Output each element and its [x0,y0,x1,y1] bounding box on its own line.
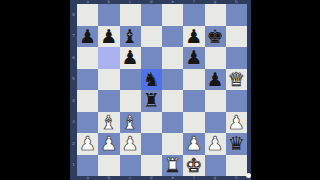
coordinate-label: h [226,176,247,180]
coordinate-label: 4 [70,90,77,112]
coordinate-label: d [141,176,162,180]
chess-board-frame: abcdefgh 87654321 ♟♟♝♟♚♟♟♞♟♛♜♝♝♟♟♟♟♟♟♛♜♚… [70,0,251,180]
square-d7[interactable] [141,26,162,48]
square-h3[interactable]: ♟ [226,112,247,134]
square-b1[interactable] [98,155,119,177]
coordinate-label: c [120,176,141,180]
square-c3[interactable]: ♝ [120,112,141,134]
coordinate-label: g [205,176,226,180]
black-pawn-piece[interactable]: ♟ [100,26,117,47]
black-pawn-piece[interactable]: ♟ [79,26,96,47]
square-b2[interactable]: ♟ [98,133,119,155]
square-b3[interactable]: ♝ [98,112,119,134]
square-b6[interactable] [98,47,119,69]
black-knight-piece[interactable]: ♞ [143,69,160,90]
square-f5[interactable] [183,69,204,91]
square-d2[interactable] [141,133,162,155]
square-e8[interactable] [162,4,183,26]
black-pawn-piece[interactable]: ♟ [185,47,202,68]
square-h4[interactable] [226,90,247,112]
square-e7[interactable] [162,26,183,48]
square-b5[interactable] [98,69,119,91]
file-labels-bottom: abcdefgh [77,176,247,180]
square-d8[interactable] [141,4,162,26]
coordinate-label: e [162,176,183,180]
status-dot [246,173,251,178]
square-a3[interactable] [77,112,98,134]
square-c7[interactable]: ♝ [120,26,141,48]
coordinate-label: 2 [70,133,77,155]
square-g6[interactable] [205,47,226,69]
coordinate-label: a [77,176,98,180]
square-f6[interactable]: ♟ [183,47,204,69]
square-e6[interactable] [162,47,183,69]
square-h5[interactable]: ♛ [226,69,247,91]
square-d3[interactable] [141,112,162,134]
square-f7[interactable]: ♟ [183,26,204,48]
square-d1[interactable] [141,155,162,177]
black-queen-piece[interactable]: ♛ [228,133,245,154]
white-pawn-piece[interactable]: ♟ [100,133,117,154]
square-b4[interactable] [98,90,119,112]
square-e5[interactable] [162,69,183,91]
square-d5[interactable]: ♞ [141,69,162,91]
square-a2[interactable]: ♟ [77,133,98,155]
coordinate-label: 1 [70,155,77,177]
white-pawn-piece[interactable]: ♟ [79,133,96,154]
black-pawn-piece[interactable]: ♟ [207,69,224,90]
square-g1[interactable] [205,155,226,177]
square-c8[interactable] [120,4,141,26]
white-rook-piece[interactable]: ♜ [164,155,181,176]
black-rook-piece[interactable]: ♜ [143,90,160,111]
coordinate-label: 5 [70,69,77,91]
square-h6[interactable] [226,47,247,69]
square-b8[interactable] [98,4,119,26]
square-e4[interactable] [162,90,183,112]
coordinate-label: b [98,176,119,180]
square-a5[interactable] [77,69,98,91]
square-f4[interactable] [183,90,204,112]
square-c4[interactable] [120,90,141,112]
square-f3[interactable] [183,112,204,134]
coordinate-label: 8 [70,4,77,26]
square-h8[interactable] [226,4,247,26]
square-f1[interactable]: ♚ [183,155,204,177]
chess-board[interactable]: ♟♟♝♟♚♟♟♞♟♛♜♝♝♟♟♟♟♟♟♛♜♚ [77,4,247,176]
black-pawn-piece[interactable]: ♟ [185,26,202,47]
square-f2[interactable]: ♟ [183,133,204,155]
square-g2[interactable]: ♟ [205,133,226,155]
square-h7[interactable] [226,26,247,48]
square-a7[interactable]: ♟ [77,26,98,48]
square-a1[interactable] [77,155,98,177]
black-king-piece[interactable]: ♚ [207,26,224,47]
white-bishop-piece[interactable]: ♝ [122,112,139,133]
square-h2[interactable]: ♛ [226,133,247,155]
square-a6[interactable] [77,47,98,69]
square-g3[interactable] [205,112,226,134]
white-pawn-piece[interactable]: ♟ [185,133,202,154]
square-d4[interactable]: ♜ [141,90,162,112]
square-d6[interactable] [141,47,162,69]
white-pawn-piece[interactable]: ♟ [207,133,224,154]
square-g7[interactable]: ♚ [205,26,226,48]
square-e3[interactable] [162,112,183,134]
square-e2[interactable] [162,133,183,155]
black-bishop-piece[interactable]: ♝ [122,26,139,47]
white-bishop-piece[interactable]: ♝ [100,112,117,133]
rank-labels-left: 87654321 [70,4,77,176]
coordinate-label: 6 [70,47,77,69]
square-g4[interactable] [205,90,226,112]
coordinate-label: f [183,176,204,180]
square-c1[interactable] [120,155,141,177]
square-c6[interactable]: ♟ [120,47,141,69]
square-f8[interactable] [183,4,204,26]
square-b7[interactable]: ♟ [98,26,119,48]
white-queen-piece[interactable]: ♛ [228,69,245,90]
white-pawn-piece[interactable]: ♟ [122,133,139,154]
square-a4[interactable] [77,90,98,112]
square-a8[interactable] [77,4,98,26]
white-king-piece[interactable]: ♚ [185,155,202,176]
square-g5[interactable]: ♟ [205,69,226,91]
coordinate-label: 3 [70,112,77,134]
square-c5[interactable] [120,69,141,91]
square-g8[interactable] [205,4,226,26]
square-c2[interactable]: ♟ [120,133,141,155]
square-h1[interactable] [226,155,247,177]
square-e1[interactable]: ♜ [162,155,183,177]
white-pawn-piece[interactable]: ♟ [228,112,245,133]
coordinate-label: 7 [70,26,77,48]
black-pawn-piece[interactable]: ♟ [122,47,139,68]
